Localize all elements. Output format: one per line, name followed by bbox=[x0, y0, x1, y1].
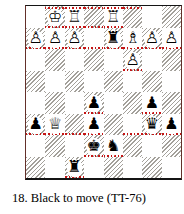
square-e3[interactable] bbox=[104, 114, 123, 137]
square-g7[interactable]: ♙ bbox=[142, 28, 161, 51]
square-d6[interactable] bbox=[84, 49, 103, 71]
chess-board: ♔♖♖♙♙♙♜♗♙♙♙♟♟♟♕♟♛♟♚♞♜ bbox=[25, 5, 182, 180]
piece-white-pawn: ♙ bbox=[142, 28, 161, 50]
square-f2[interactable] bbox=[123, 135, 142, 157]
square-a3[interactable]: ♟ bbox=[26, 114, 45, 137]
square-d4[interactable]: ♟ bbox=[84, 92, 103, 114]
square-b2[interactable] bbox=[45, 135, 64, 157]
square-h3[interactable]: ♟ bbox=[162, 114, 181, 137]
piece-white-pawn: ♙ bbox=[45, 28, 64, 50]
square-g8[interactable] bbox=[142, 6, 161, 28]
square-f4[interactable] bbox=[123, 92, 142, 114]
square-g1[interactable] bbox=[142, 157, 161, 179]
piece-black-pawn: ♟ bbox=[26, 114, 45, 136]
square-h1[interactable] bbox=[162, 157, 181, 179]
square-b8[interactable]: ♔ bbox=[45, 6, 64, 28]
square-c7[interactable]: ♙ bbox=[65, 28, 84, 51]
square-h2[interactable] bbox=[162, 135, 181, 157]
piece-white-pawn: ♙ bbox=[65, 28, 84, 50]
square-f3[interactable] bbox=[123, 114, 142, 137]
square-c4[interactable] bbox=[65, 92, 84, 114]
square-f6[interactable]: ♙ bbox=[123, 49, 142, 71]
square-e4[interactable] bbox=[104, 92, 123, 114]
square-e7[interactable]: ♜ bbox=[104, 28, 123, 51]
square-a6[interactable] bbox=[26, 49, 45, 71]
square-c2[interactable] bbox=[65, 135, 84, 157]
square-d3[interactable]: ♟ bbox=[84, 114, 103, 137]
caption: 18. Black to move (TT-76) bbox=[12, 191, 146, 206]
piece-white-pawn: ♙ bbox=[123, 49, 142, 71]
square-d1[interactable] bbox=[84, 157, 103, 179]
piece-white-pawn: ♙ bbox=[26, 28, 45, 50]
piece-black-pawn: ♟ bbox=[84, 92, 103, 114]
square-e6[interactable] bbox=[104, 49, 123, 71]
square-e1[interactable] bbox=[104, 157, 123, 179]
square-f8[interactable] bbox=[123, 6, 142, 28]
square-d8[interactable] bbox=[84, 6, 103, 28]
square-b4[interactable] bbox=[45, 92, 64, 114]
piece-black-knight: ♞ bbox=[104, 135, 123, 157]
square-b6[interactable] bbox=[45, 49, 64, 71]
square-d5[interactable] bbox=[84, 71, 103, 94]
piece-white-pawn: ♙ bbox=[162, 28, 181, 50]
square-e2[interactable]: ♞ bbox=[104, 135, 123, 157]
piece-white-bishop: ♗ bbox=[123, 28, 142, 50]
piece-black-king: ♚ bbox=[84, 135, 103, 157]
square-a1[interactable] bbox=[26, 157, 45, 179]
square-c1[interactable]: ♜ bbox=[65, 157, 84, 179]
piece-black-rook: ♜ bbox=[65, 157, 84, 179]
piece-black-pawn: ♟ bbox=[162, 114, 181, 136]
square-f1[interactable] bbox=[123, 157, 142, 179]
square-h4[interactable] bbox=[162, 92, 181, 114]
square-h6[interactable] bbox=[162, 49, 181, 71]
square-c3[interactable] bbox=[65, 114, 84, 137]
piece-black-rook: ♜ bbox=[104, 28, 123, 50]
square-f5[interactable] bbox=[123, 71, 142, 94]
piece-white-rook: ♖ bbox=[104, 6, 123, 28]
piece-black-queen: ♛ bbox=[142, 114, 161, 136]
square-g4[interactable]: ♟ bbox=[142, 92, 161, 114]
piece-black-pawn: ♟ bbox=[142, 92, 161, 114]
square-a8[interactable] bbox=[26, 6, 45, 28]
piece-black-pawn: ♟ bbox=[84, 114, 103, 136]
square-d7[interactable] bbox=[84, 28, 103, 51]
square-a7[interactable]: ♙ bbox=[26, 28, 45, 51]
square-f7[interactable]: ♗ bbox=[123, 28, 142, 51]
square-g6[interactable] bbox=[142, 49, 161, 71]
square-d2[interactable]: ♚ bbox=[84, 135, 103, 157]
square-h5[interactable] bbox=[162, 71, 181, 94]
piece-white-rook: ♖ bbox=[65, 6, 84, 28]
square-c5[interactable] bbox=[65, 71, 84, 94]
square-h8[interactable] bbox=[162, 6, 181, 28]
square-b7[interactable]: ♙ bbox=[45, 28, 64, 51]
piece-white-king: ♔ bbox=[45, 6, 64, 28]
square-c6[interactable] bbox=[65, 49, 84, 71]
chess-diagram-page: ♔♖♖♙♙♙♜♗♙♙♙♟♟♟♕♟♛♟♚♞♜ 18. Black to move … bbox=[0, 0, 184, 214]
square-a4[interactable] bbox=[26, 92, 45, 114]
square-e5[interactable] bbox=[104, 71, 123, 94]
square-e8[interactable]: ♖ bbox=[104, 6, 123, 28]
square-g2[interactable] bbox=[142, 135, 161, 157]
square-b3[interactable]: ♕ bbox=[45, 114, 64, 137]
square-a5[interactable] bbox=[26, 71, 45, 94]
square-a2[interactable] bbox=[26, 135, 45, 157]
square-h7[interactable]: ♙ bbox=[162, 28, 181, 51]
square-b1[interactable] bbox=[45, 157, 64, 179]
square-c8[interactable]: ♖ bbox=[65, 6, 84, 28]
square-b5[interactable] bbox=[45, 71, 64, 94]
piece-white-queen: ♕ bbox=[45, 114, 64, 136]
square-g5[interactable] bbox=[142, 71, 161, 94]
square-g3[interactable]: ♛ bbox=[142, 114, 161, 137]
